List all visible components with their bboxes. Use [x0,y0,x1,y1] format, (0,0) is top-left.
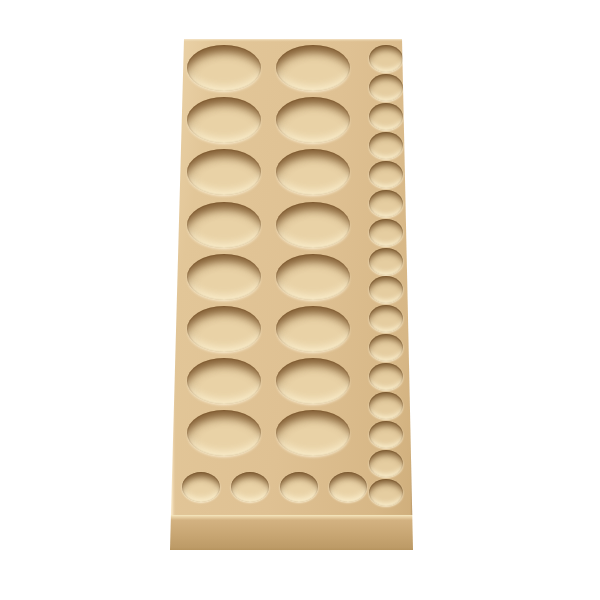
small-pit-10 [369,305,403,332]
small-pit-13 [369,392,403,419]
large-pit-r1c2 [276,45,350,91]
large-pit-r8c2 [276,410,350,456]
small-pit-2 [369,74,403,101]
large-pit-r3c2 [276,149,350,195]
small-pit-11 [369,334,403,361]
small-pit-column [368,44,404,507]
bottom-pit-row [176,470,372,504]
large-pit-r4c1 [187,202,261,248]
small-pit-6 [369,190,403,217]
large-pit-r3c1 [187,149,261,195]
small-pit-9 [369,276,403,303]
small-pit-7 [369,219,403,246]
large-pit-r8c1 [187,410,261,456]
large-pit-r5c1 [187,254,261,300]
bottom-pit-1 [182,472,220,502]
large-pit-r6c2 [276,306,350,352]
large-pit-r1c1 [187,45,261,91]
large-pit-r4c2 [276,202,350,248]
small-pit-1 [369,45,403,72]
board-top-face [170,39,413,516]
large-pit-r2c2 [276,97,350,143]
small-pit-3 [369,103,403,130]
small-pit-15 [369,450,403,477]
large-pit-r6c1 [187,306,261,352]
small-pit-5 [369,161,403,188]
bottom-pit-3 [280,472,318,502]
large-pit-r2c1 [187,97,261,143]
bottom-pit-2 [231,472,269,502]
small-pit-14 [369,421,403,448]
brass-board [170,39,413,550]
large-pit-r7c2 [276,358,350,404]
small-pit-8 [369,248,403,275]
white-backdrop [0,0,600,600]
board-front-edge [170,515,413,550]
small-pit-4 [369,132,403,159]
bottom-pit-4 [329,472,367,502]
small-pit-16 [369,479,403,506]
large-pit-grid [179,42,357,460]
small-pit-12 [369,363,403,390]
large-pit-r7c1 [187,358,261,404]
large-pit-r5c2 [276,254,350,300]
